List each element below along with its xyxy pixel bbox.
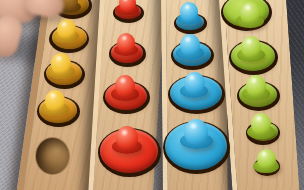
empty-socket-yellow[interactable]	[36, 138, 69, 174]
knob-green-1[interactable]	[240, 2, 260, 24]
knob-blue-2[interactable]	[180, 34, 200, 56]
knob-red-3[interactable]	[115, 75, 135, 97]
knob-yellow-4[interactable]	[45, 90, 65, 112]
knob-green-3[interactable]	[246, 75, 266, 97]
knob-green-5[interactable]	[257, 149, 276, 169]
knob-blue-4[interactable]	[184, 119, 208, 145]
knob-blue-1[interactable]	[180, 2, 198, 21]
knob-blue-3[interactable]	[184, 72, 205, 95]
knob-green-2[interactable]	[241, 36, 261, 58]
knob-yellow-3[interactable]	[51, 53, 71, 75]
knob-red-2[interactable]	[117, 33, 135, 52]
knob-green-4[interactable]	[251, 113, 271, 135]
knob-yellow-2[interactable]	[57, 19, 76, 39]
knob-red-4[interactable]	[116, 126, 138, 150]
scene	[0, 0, 304, 190]
